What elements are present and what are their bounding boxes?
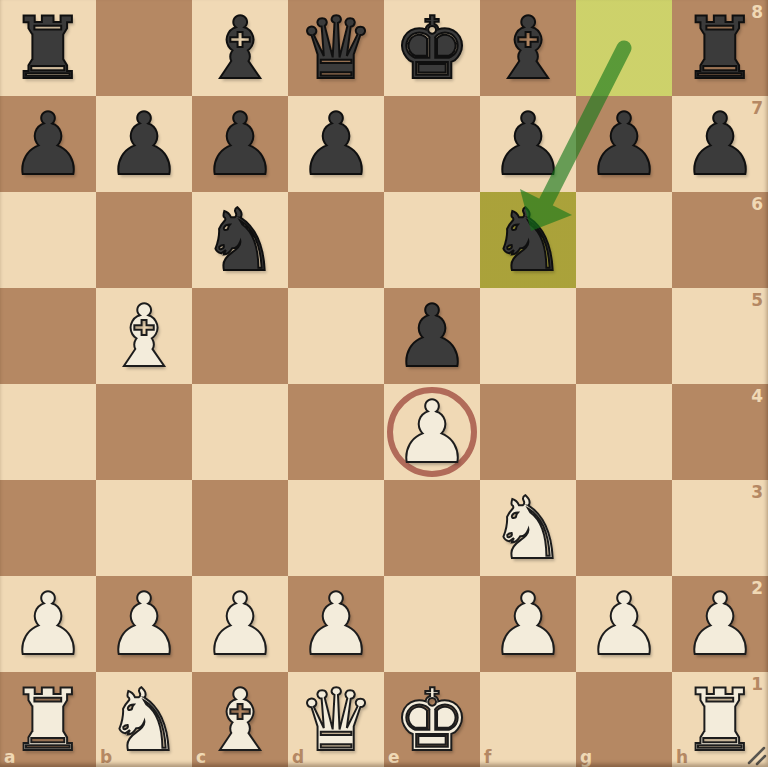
square-h3[interactable]: 3 — [672, 480, 768, 576]
square-d2[interactable]: ♟ — [288, 576, 384, 672]
piece-white-pawn[interactable]: ♟ — [0, 576, 96, 672]
square-g1[interactable]: g — [576, 672, 672, 767]
piece-black-knight[interactable]: ♞ — [192, 192, 288, 288]
square-e5[interactable]: ♟ — [384, 288, 480, 384]
piece-white-rook[interactable]: ♜ — [0, 672, 96, 767]
piece-white-knight[interactable]: ♞ — [480, 480, 576, 576]
square-f3[interactable]: ♞ — [480, 480, 576, 576]
piece-black-pawn[interactable]: ♟ — [96, 96, 192, 192]
square-e3[interactable] — [384, 480, 480, 576]
square-c8[interactable]: ♝ — [192, 0, 288, 96]
square-f5[interactable] — [480, 288, 576, 384]
piece-white-rook[interactable]: ♜ — [672, 672, 768, 767]
piece-black-pawn[interactable]: ♟ — [192, 96, 288, 192]
square-b6[interactable] — [96, 192, 192, 288]
piece-black-bishop[interactable]: ♝ — [480, 0, 576, 96]
square-f4[interactable] — [480, 384, 576, 480]
square-g7[interactable]: ♟ — [576, 96, 672, 192]
square-a4[interactable] — [0, 384, 96, 480]
square-b5[interactable]: ♝ — [96, 288, 192, 384]
piece-white-bishop[interactable]: ♝ — [96, 288, 192, 384]
file-label-g: g — [580, 747, 592, 767]
square-b8[interactable] — [96, 0, 192, 96]
square-h8[interactable]: ♜8 — [672, 0, 768, 96]
square-b7[interactable]: ♟ — [96, 96, 192, 192]
piece-black-king[interactable]: ♚ — [384, 0, 480, 96]
piece-white-pawn[interactable]: ♟ — [96, 576, 192, 672]
square-c2[interactable]: ♟ — [192, 576, 288, 672]
square-d3[interactable] — [288, 480, 384, 576]
square-f6[interactable]: ♞ — [480, 192, 576, 288]
piece-black-pawn[interactable]: ♟ — [0, 96, 96, 192]
square-f8[interactable]: ♝ — [480, 0, 576, 96]
piece-white-pawn[interactable]: ♟ — [192, 576, 288, 672]
file-label-f: f — [484, 747, 491, 767]
square-h4[interactable]: 4 — [672, 384, 768, 480]
rank-label-3: 3 — [751, 482, 763, 502]
square-e6[interactable] — [384, 192, 480, 288]
square-g3[interactable] — [576, 480, 672, 576]
rank-label-6: 6 — [751, 194, 763, 214]
square-d7[interactable]: ♟ — [288, 96, 384, 192]
square-h5[interactable]: 5 — [672, 288, 768, 384]
square-e7[interactable] — [384, 96, 480, 192]
square-g6[interactable] — [576, 192, 672, 288]
rank-label-4: 4 — [751, 386, 763, 406]
square-g4[interactable] — [576, 384, 672, 480]
piece-white-bishop[interactable]: ♝ — [192, 672, 288, 767]
piece-black-pawn[interactable]: ♟ — [384, 288, 480, 384]
square-a3[interactable] — [0, 480, 96, 576]
piece-white-pawn[interactable]: ♟ — [288, 576, 384, 672]
piece-black-pawn[interactable]: ♟ — [288, 96, 384, 192]
piece-black-pawn[interactable]: ♟ — [672, 96, 768, 192]
piece-white-pawn[interactable]: ♟ — [384, 384, 480, 480]
piece-white-pawn[interactable]: ♟ — [672, 576, 768, 672]
piece-white-knight[interactable]: ♞ — [96, 672, 192, 767]
square-f1[interactable]: f — [480, 672, 576, 767]
square-a8[interactable]: ♜ — [0, 0, 96, 96]
square-a5[interactable] — [0, 288, 96, 384]
square-h6[interactable]: 6 — [672, 192, 768, 288]
square-c3[interactable] — [192, 480, 288, 576]
piece-white-queen[interactable]: ♛ — [288, 672, 384, 767]
square-h7[interactable]: ♟7 — [672, 96, 768, 192]
square-f2[interactable]: ♟ — [480, 576, 576, 672]
square-g2[interactable]: ♟ — [576, 576, 672, 672]
square-g8[interactable] — [576, 0, 672, 96]
square-b2[interactable]: ♟ — [96, 576, 192, 672]
chess-app: ♜♝♛♚♝♜8♟♟♟♟♟♟♟7♞♞6♝♟5♟4♞3♟♟♟♟♟♟♟2♜a♞b♝c♛… — [0, 0, 768, 767]
square-e4[interactable]: ♟ — [384, 384, 480, 480]
square-c1[interactable]: ♝c — [192, 672, 288, 767]
piece-black-rook[interactable]: ♜ — [672, 0, 768, 96]
piece-white-pawn[interactable]: ♟ — [576, 576, 672, 672]
square-d1[interactable]: ♛d — [288, 672, 384, 767]
piece-white-pawn[interactable]: ♟ — [480, 576, 576, 672]
square-e1[interactable]: ♚e — [384, 672, 480, 767]
square-h1[interactable]: ♜1h — [672, 672, 768, 767]
piece-black-queen[interactable]: ♛ — [288, 0, 384, 96]
square-d8[interactable]: ♛ — [288, 0, 384, 96]
square-b4[interactable] — [96, 384, 192, 480]
square-g5[interactable] — [576, 288, 672, 384]
piece-black-rook[interactable]: ♜ — [0, 0, 96, 96]
square-e2[interactable] — [384, 576, 480, 672]
piece-black-pawn[interactable]: ♟ — [576, 96, 672, 192]
square-a6[interactable] — [0, 192, 96, 288]
square-c6[interactable]: ♞ — [192, 192, 288, 288]
square-a1[interactable]: ♜a — [0, 672, 96, 767]
square-b3[interactable] — [96, 480, 192, 576]
square-a7[interactable]: ♟ — [0, 96, 96, 192]
square-h2[interactable]: ♟2 — [672, 576, 768, 672]
chess-board: ♜♝♛♚♝♜8♟♟♟♟♟♟♟7♞♞6♝♟5♟4♞3♟♟♟♟♟♟♟2♜a♞b♝c♛… — [0, 0, 768, 767]
square-d4[interactable] — [288, 384, 384, 480]
square-b1[interactable]: ♞b — [96, 672, 192, 767]
piece-black-bishop[interactable]: ♝ — [192, 0, 288, 96]
piece-white-king[interactable]: ♚ — [384, 672, 480, 767]
square-c5[interactable] — [192, 288, 288, 384]
square-a2[interactable]: ♟ — [0, 576, 96, 672]
square-c7[interactable]: ♟ — [192, 96, 288, 192]
piece-black-knight[interactable]: ♞ — [480, 192, 576, 288]
piece-black-pawn[interactable]: ♟ — [480, 96, 576, 192]
square-f7[interactable]: ♟ — [480, 96, 576, 192]
square-d5[interactable] — [288, 288, 384, 384]
square-d6[interactable] — [288, 192, 384, 288]
square-e8[interactable]: ♚ — [384, 0, 480, 96]
square-c4[interactable] — [192, 384, 288, 480]
rank-label-5: 5 — [751, 290, 763, 310]
